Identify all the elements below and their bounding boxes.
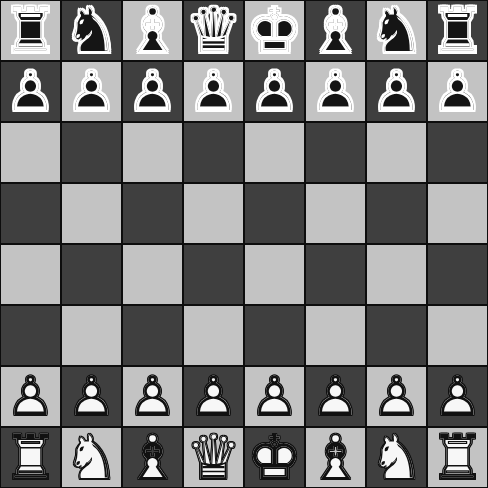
black-rook-detail-icon: ♖ — [1, 1, 60, 60]
black-king-detail-icon: ♔ — [245, 1, 304, 60]
piece-black-pawn[interactable]: ♟♙ — [306, 62, 365, 121]
piece-black-knight[interactable]: ♞♘ — [62, 1, 121, 60]
black-pawn-detail-icon: ♙ — [1, 62, 60, 121]
square-e6[interactable] — [245, 123, 304, 182]
square-f2[interactable]: ♟♙ — [306, 367, 365, 426]
square-h7[interactable]: ♟♙ — [428, 62, 487, 121]
square-h3[interactable] — [428, 306, 487, 365]
white-knight-detail-icon: ♘ — [62, 428, 121, 487]
square-h5[interactable] — [428, 184, 487, 243]
square-h6[interactable] — [428, 123, 487, 182]
square-f3[interactable] — [306, 306, 365, 365]
black-pawn-detail-icon: ♙ — [123, 62, 182, 121]
piece-black-rook[interactable]: ♜♖ — [428, 1, 487, 60]
piece-black-pawn[interactable]: ♟♙ — [123, 62, 182, 121]
piece-white-pawn[interactable]: ♟♙ — [245, 367, 304, 426]
square-g7[interactable]: ♟♙ — [367, 62, 426, 121]
white-bishop-detail-icon: ♗ — [306, 428, 365, 487]
piece-black-pawn[interactable]: ♟♙ — [184, 62, 243, 121]
square-h2[interactable]: ♟♙ — [428, 367, 487, 426]
square-g3[interactable] — [367, 306, 426, 365]
white-pawn-detail-icon: ♙ — [123, 367, 182, 426]
square-a5[interactable] — [1, 184, 60, 243]
square-f4[interactable] — [306, 245, 365, 304]
piece-black-king[interactable]: ♚♔ — [245, 1, 304, 60]
white-rook-detail-icon: ♖ — [428, 428, 487, 487]
black-knight-detail-icon: ♘ — [367, 1, 426, 60]
square-b6[interactable] — [62, 123, 121, 182]
piece-black-pawn[interactable]: ♟♙ — [1, 62, 60, 121]
square-c2[interactable]: ♟♙ — [123, 367, 182, 426]
black-knight-detail-icon: ♘ — [62, 1, 121, 60]
square-b1[interactable]: ♞♘ — [62, 428, 121, 487]
square-e3[interactable] — [245, 306, 304, 365]
square-e4[interactable] — [245, 245, 304, 304]
square-c1[interactable]: ♝♗ — [123, 428, 182, 487]
square-g8[interactable]: ♞♘ — [367, 1, 426, 60]
black-pawn-detail-icon: ♙ — [62, 62, 121, 121]
black-rook-detail-icon: ♖ — [428, 1, 487, 60]
square-f5[interactable] — [306, 184, 365, 243]
square-d1[interactable]: ♛♕ — [184, 428, 243, 487]
square-a4[interactable] — [1, 245, 60, 304]
black-pawn-detail-icon: ♙ — [245, 62, 304, 121]
white-pawn-detail-icon: ♙ — [62, 367, 121, 426]
white-queen-detail-icon: ♕ — [184, 428, 243, 487]
piece-black-pawn[interactable]: ♟♙ — [245, 62, 304, 121]
square-b2[interactable]: ♟♙ — [62, 367, 121, 426]
piece-white-pawn[interactable]: ♟♙ — [184, 367, 243, 426]
piece-white-king[interactable]: ♚♔ — [245, 428, 304, 487]
square-e5[interactable] — [245, 184, 304, 243]
piece-black-pawn[interactable]: ♟♙ — [367, 62, 426, 121]
white-pawn-detail-icon: ♙ — [1, 367, 60, 426]
square-a8[interactable]: ♜♖ — [1, 1, 60, 60]
white-pawn-detail-icon: ♙ — [306, 367, 365, 426]
piece-white-queen[interactable]: ♛♕ — [184, 428, 243, 487]
square-b5[interactable] — [62, 184, 121, 243]
piece-white-pawn[interactable]: ♟♙ — [367, 367, 426, 426]
square-f6[interactable] — [306, 123, 365, 182]
square-e2[interactable]: ♟♙ — [245, 367, 304, 426]
square-e7[interactable]: ♟♙ — [245, 62, 304, 121]
square-g5[interactable] — [367, 184, 426, 243]
square-b3[interactable] — [62, 306, 121, 365]
square-b8[interactable]: ♞♘ — [62, 1, 121, 60]
piece-white-knight[interactable]: ♞♘ — [62, 428, 121, 487]
square-e1[interactable]: ♚♔ — [245, 428, 304, 487]
square-f8[interactable]: ♝♗ — [306, 1, 365, 60]
square-e8[interactable]: ♚♔ — [245, 1, 304, 60]
piece-black-queen[interactable]: ♛♕ — [184, 1, 243, 60]
square-g4[interactable] — [367, 245, 426, 304]
white-pawn-detail-icon: ♙ — [184, 367, 243, 426]
piece-white-knight[interactable]: ♞♘ — [367, 428, 426, 487]
piece-white-pawn[interactable]: ♟♙ — [1, 367, 60, 426]
piece-black-knight[interactable]: ♞♘ — [367, 1, 426, 60]
square-c3[interactable] — [123, 306, 182, 365]
chess-app: ♜♖♞♘♝♗♛♕♚♔♝♗♞♘♜♖♟♙♟♙♟♙♟♙♟♙♟♙♟♙♟♙♟♙♟♙♟♙♟♙… — [0, 0, 488, 488]
piece-black-rook[interactable]: ♜♖ — [1, 1, 60, 60]
square-c8[interactable]: ♝♗ — [123, 1, 182, 60]
square-b4[interactable] — [62, 245, 121, 304]
square-d7[interactable]: ♟♙ — [184, 62, 243, 121]
white-pawn-detail-icon: ♙ — [428, 367, 487, 426]
white-pawn-detail-icon: ♙ — [245, 367, 304, 426]
square-c6[interactable] — [123, 123, 182, 182]
square-d5[interactable] — [184, 184, 243, 243]
piece-white-pawn[interactable]: ♟♙ — [62, 367, 121, 426]
piece-white-bishop[interactable]: ♝♗ — [123, 428, 182, 487]
square-a6[interactable] — [1, 123, 60, 182]
black-pawn-detail-icon: ♙ — [428, 62, 487, 121]
black-bishop-detail-icon: ♗ — [123, 1, 182, 60]
piece-white-bishop[interactable]: ♝♗ — [306, 428, 365, 487]
piece-black-bishop[interactable]: ♝♗ — [306, 1, 365, 60]
piece-white-pawn[interactable]: ♟♙ — [123, 367, 182, 426]
square-a7[interactable]: ♟♙ — [1, 62, 60, 121]
square-h8[interactable]: ♜♖ — [428, 1, 487, 60]
square-a1[interactable]: ♜♖ — [1, 428, 60, 487]
square-d2[interactable]: ♟♙ — [184, 367, 243, 426]
square-b7[interactable]: ♟♙ — [62, 62, 121, 121]
square-c5[interactable] — [123, 184, 182, 243]
piece-black-bishop[interactable]: ♝♗ — [123, 1, 182, 60]
square-d3[interactable] — [184, 306, 243, 365]
square-g2[interactable]: ♟♙ — [367, 367, 426, 426]
square-c7[interactable]: ♟♙ — [123, 62, 182, 121]
chess-board: ♜♖♞♘♝♗♛♕♚♔♝♗♞♘♜♖♟♙♟♙♟♙♟♙♟♙♟♙♟♙♟♙♟♙♟♙♟♙♟♙… — [0, 0, 488, 488]
square-g1[interactable]: ♞♘ — [367, 428, 426, 487]
black-pawn-detail-icon: ♙ — [184, 62, 243, 121]
black-pawn-detail-icon: ♙ — [306, 62, 365, 121]
square-a2[interactable]: ♟♙ — [1, 367, 60, 426]
square-g6[interactable] — [367, 123, 426, 182]
piece-white-pawn[interactable]: ♟♙ — [428, 367, 487, 426]
square-c4[interactable] — [123, 245, 182, 304]
square-h4[interactable] — [428, 245, 487, 304]
white-rook-detail-icon: ♖ — [1, 428, 60, 487]
black-pawn-detail-icon: ♙ — [367, 62, 426, 121]
square-d4[interactable] — [184, 245, 243, 304]
black-queen-detail-icon: ♕ — [184, 1, 243, 60]
square-d6[interactable] — [184, 123, 243, 182]
white-king-detail-icon: ♔ — [245, 428, 304, 487]
piece-white-rook[interactable]: ♜♖ — [428, 428, 487, 487]
square-d8[interactable]: ♛♕ — [184, 1, 243, 60]
square-h1[interactable]: ♜♖ — [428, 428, 487, 487]
black-bishop-detail-icon: ♗ — [306, 1, 365, 60]
piece-white-pawn[interactable]: ♟♙ — [306, 367, 365, 426]
piece-black-pawn[interactable]: ♟♙ — [428, 62, 487, 121]
square-f1[interactable]: ♝♗ — [306, 428, 365, 487]
piece-black-pawn[interactable]: ♟♙ — [62, 62, 121, 121]
white-bishop-detail-icon: ♗ — [123, 428, 182, 487]
white-pawn-detail-icon: ♙ — [367, 367, 426, 426]
square-a3[interactable] — [1, 306, 60, 365]
white-knight-detail-icon: ♘ — [367, 428, 426, 487]
square-f7[interactable]: ♟♙ — [306, 62, 365, 121]
piece-white-rook[interactable]: ♜♖ — [1, 428, 60, 487]
